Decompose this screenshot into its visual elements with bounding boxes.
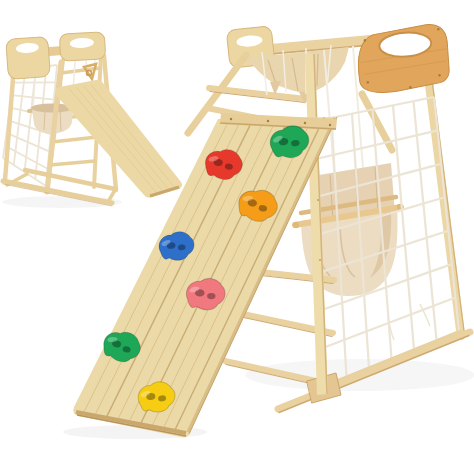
small-climber [3, 32, 182, 206]
small-headboard-right [59, 32, 105, 61]
climbing-frame-scene [0, 0, 474, 474]
product-image [0, 0, 474, 474]
headboard-right [356, 23, 451, 94]
small-headboard-left [6, 37, 51, 80]
